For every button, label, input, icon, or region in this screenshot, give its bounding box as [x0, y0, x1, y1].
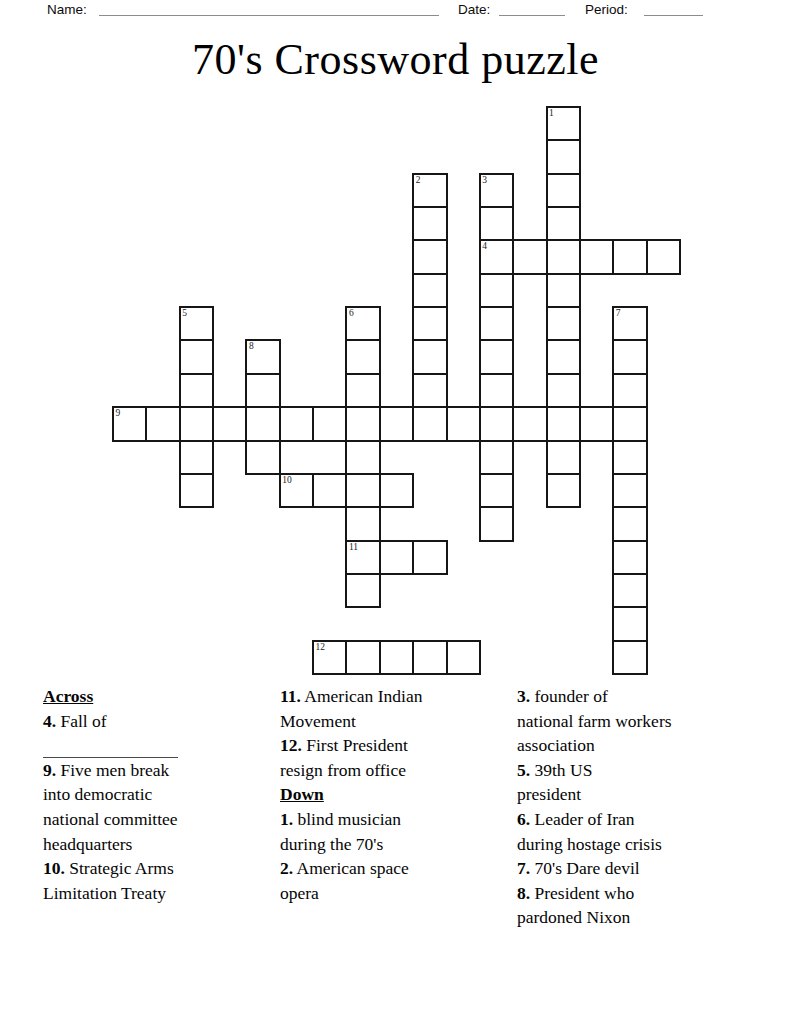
clues-column-left: Across4. Fall of9. Five men breakinto de…: [43, 684, 275, 905]
cell-r16-c8[interactable]: [379, 640, 415, 676]
cell-r11-c2[interactable]: [179, 473, 215, 509]
clue-5-number: 5.: [517, 760, 530, 780]
clue-number-11: 11: [349, 542, 358, 553]
cell-r7-c2[interactable]: [179, 339, 215, 375]
clues-column-right: 3. founder ofnational farm workersassoci…: [517, 684, 767, 930]
cell-r5-c13[interactable]: [546, 273, 582, 309]
cell-r9-c2[interactable]: [179, 406, 215, 442]
clue-4-number: 4.: [43, 711, 56, 731]
period-label: Period:: [585, 2, 628, 17]
clue-number-2: 2: [416, 175, 421, 186]
clue-3-line2: national farm workers: [517, 709, 767, 734]
clue-6-number: 6.: [517, 809, 530, 829]
clue-9-line2: into democratic: [43, 782, 275, 807]
crossword-grid: 123456789101112: [112, 106, 682, 676]
cell-r7-c13[interactable]: [546, 339, 582, 375]
clue-12-line2: resign from office: [280, 758, 512, 783]
cell-r14-c7[interactable]: [345, 573, 381, 609]
clues-heading-across: Across: [43, 684, 275, 709]
cell-r4-c15[interactable]: [612, 239, 648, 275]
cell-r1-c13[interactable]: [546, 139, 582, 175]
name-blank-line[interactable]: [99, 1, 439, 16]
cell-r8-c15[interactable]: [612, 373, 648, 409]
clue-number-3: 3: [482, 175, 487, 186]
cell-r14-c15[interactable]: [612, 573, 648, 609]
cell-r4-c13[interactable]: [546, 239, 582, 275]
cell-r9-c1[interactable]: [145, 406, 181, 442]
clue-number-7: 7: [616, 308, 621, 319]
cell-r11-c11[interactable]: [479, 473, 515, 509]
cell-r16-c15[interactable]: [612, 640, 648, 676]
clue-11-line2: Movement: [280, 709, 512, 734]
cell-r8-c7[interactable]: [345, 373, 381, 409]
worksheet-page: Name: Date: Period: 70's Crossword puzzl…: [0, 0, 791, 1024]
clue-3: 3. founder of: [517, 684, 767, 709]
cell-r8-c13[interactable]: [546, 373, 582, 409]
cell-r9-c6[interactable]: [312, 406, 348, 442]
clue-9-number: 9.: [43, 760, 56, 780]
clue-number-4: 4: [482, 241, 487, 252]
cell-r11-c5[interactable]: 10: [279, 473, 315, 509]
cell-r11-c13[interactable]: [546, 473, 582, 509]
cell-r16-c9[interactable]: [412, 640, 448, 676]
clue-10-line2: Limitation Treaty: [43, 881, 275, 906]
cell-r9-c4[interactable]: [245, 406, 281, 442]
cell-r4-c16[interactable]: [646, 239, 682, 275]
clue-number-12: 12: [316, 642, 326, 653]
clue-3-number: 3.: [517, 686, 530, 706]
cell-r15-c15[interactable]: [612, 606, 648, 642]
name-label: Name:: [47, 2, 87, 17]
cell-r8-c11[interactable]: [479, 373, 515, 409]
date-blank-line[interactable]: [499, 1, 565, 16]
cell-r11-c6[interactable]: [312, 473, 348, 509]
clue-4: 4. Fall of: [43, 709, 275, 734]
cell-r10-c7[interactable]: [345, 440, 381, 476]
cell-r12-c11[interactable]: [479, 506, 515, 542]
clue-12-number: 12.: [280, 735, 302, 755]
cell-r9-c12[interactable]: [512, 406, 548, 442]
clue-1: 1. blind musician: [280, 807, 512, 832]
clue-5: 5. 39th US: [517, 758, 767, 783]
cell-r8-c2[interactable]: [179, 373, 215, 409]
cell-r10-c15[interactable]: [612, 440, 648, 476]
clue-number-5: 5: [182, 308, 187, 319]
cell-r16-c6[interactable]: 12: [312, 640, 348, 676]
clue-2: 2. American space: [280, 856, 512, 881]
cell-r7-c15[interactable]: [612, 339, 648, 375]
clue-12: 12. First President: [280, 733, 512, 758]
clue-number-9: 9: [116, 408, 121, 419]
clue-8-number: 8.: [517, 883, 530, 903]
cell-r4-c14[interactable]: [579, 239, 615, 275]
cell-r9-c0[interactable]: 9: [112, 406, 148, 442]
cell-r13-c8[interactable]: [379, 540, 415, 576]
cell-r3-c13[interactable]: [546, 206, 582, 242]
cell-r9-c3[interactable]: [212, 406, 248, 442]
clue-number-8: 8: [249, 341, 254, 352]
cell-r10-c2[interactable]: [179, 440, 215, 476]
clue-10-number: 10.: [43, 858, 65, 878]
cell-r3-c11[interactable]: [479, 206, 515, 242]
cell-r6-c7[interactable]: 6: [345, 306, 381, 342]
clue-4-answer-blank[interactable]: [43, 733, 178, 758]
clue-number-10: 10: [282, 475, 292, 486]
cell-r10-c13[interactable]: [546, 440, 582, 476]
cell-r7-c7[interactable]: [345, 339, 381, 375]
cell-r9-c14[interactable]: [579, 406, 615, 442]
clue-5-line2: president: [517, 782, 767, 807]
cell-r13-c9[interactable]: [412, 540, 448, 576]
cell-r11-c7[interactable]: [345, 473, 381, 509]
cell-r6-c13[interactable]: [546, 306, 582, 342]
cell-r3-c9[interactable]: [412, 206, 448, 242]
clue-11: 11. American Indian: [280, 684, 512, 709]
cell-r6-c2[interactable]: 5: [179, 306, 215, 342]
clue-number-6: 6: [349, 308, 354, 319]
clue-10: 10. Strategic Arms: [43, 856, 275, 881]
cell-r6-c9[interactable]: [412, 306, 448, 342]
cell-r9-c15[interactable]: [612, 406, 648, 442]
cell-r13-c7[interactable]: 11: [345, 540, 381, 576]
cell-r2-c13[interactable]: [546, 173, 582, 209]
clues-column-middle: 11. American IndianMovement12. First Pre…: [280, 684, 512, 905]
cell-r11-c15[interactable]: [612, 473, 648, 509]
cell-r12-c15[interactable]: [612, 506, 648, 542]
cell-r4-c11[interactable]: 4: [479, 239, 515, 275]
cell-r9-c7[interactable]: [345, 406, 381, 442]
cell-r9-c11[interactable]: [479, 406, 515, 442]
clue-3-line3: association: [517, 733, 767, 758]
cell-r5-c9[interactable]: [412, 273, 448, 309]
puzzle-title: 70's Crossword puzzle: [0, 34, 791, 86]
cell-r6-c15[interactable]: 7: [612, 306, 648, 342]
cell-r8-c9[interactable]: [412, 373, 448, 409]
clue-11-number: 11.: [280, 686, 301, 706]
cell-r7-c4[interactable]: 8: [245, 339, 281, 375]
cell-r9-c9[interactable]: [412, 406, 448, 442]
cell-r9-c13[interactable]: [546, 406, 582, 442]
clue-2-number: 2.: [280, 858, 293, 878]
cell-r4-c12[interactable]: [512, 239, 548, 275]
cell-r6-c11[interactable]: [479, 306, 515, 342]
cell-r16-c7[interactable]: [345, 640, 381, 676]
cell-r9-c10[interactable]: [446, 406, 482, 442]
cell-r0-c13[interactable]: 1: [546, 106, 582, 142]
cell-r16-c10[interactable]: [446, 640, 482, 676]
clue-9-line3: national committee: [43, 807, 275, 832]
clue-6: 6. Leader of Iran: [517, 807, 767, 832]
clue-7-number: 7.: [517, 858, 530, 878]
cell-r10-c4[interactable]: [245, 440, 281, 476]
cell-r2-c9[interactable]: 2: [412, 173, 448, 209]
clue-9-line4: headquarters: [43, 832, 275, 857]
cell-r10-c11[interactable]: [479, 440, 515, 476]
cell-r2-c11[interactable]: 3: [479, 173, 515, 209]
date-label: Date:: [458, 2, 490, 17]
cell-r8-c4[interactable]: [245, 373, 281, 409]
period-blank-line[interactable]: [644, 1, 703, 16]
cell-r5-c11[interactable]: [479, 273, 515, 309]
clue-8-line2: pardoned Nixon: [517, 905, 767, 930]
cell-r4-c9[interactable]: [412, 239, 448, 275]
clue-6-line2: during hostage crisis: [517, 832, 767, 857]
clue-7: 7. 70's Dare devil: [517, 856, 767, 881]
cell-r7-c9[interactable]: [412, 339, 448, 375]
clue-1-number: 1.: [280, 809, 293, 829]
clue-number-1: 1: [549, 108, 554, 119]
cell-r12-c7[interactable]: [345, 506, 381, 542]
cell-r7-c11[interactable]: [479, 339, 515, 375]
clue-1-line2: during the 70's: [280, 832, 512, 857]
clue-2-line2: opera: [280, 881, 512, 906]
clues-heading-down: Down: [280, 782, 512, 807]
cell-r9-c5[interactable]: [279, 406, 315, 442]
clue-8: 8. President who: [517, 881, 767, 906]
cell-r13-c15[interactable]: [612, 540, 648, 576]
cell-r11-c8[interactable]: [379, 473, 415, 509]
cell-r9-c8[interactable]: [379, 406, 415, 442]
clue-9: 9. Five men break: [43, 758, 275, 783]
